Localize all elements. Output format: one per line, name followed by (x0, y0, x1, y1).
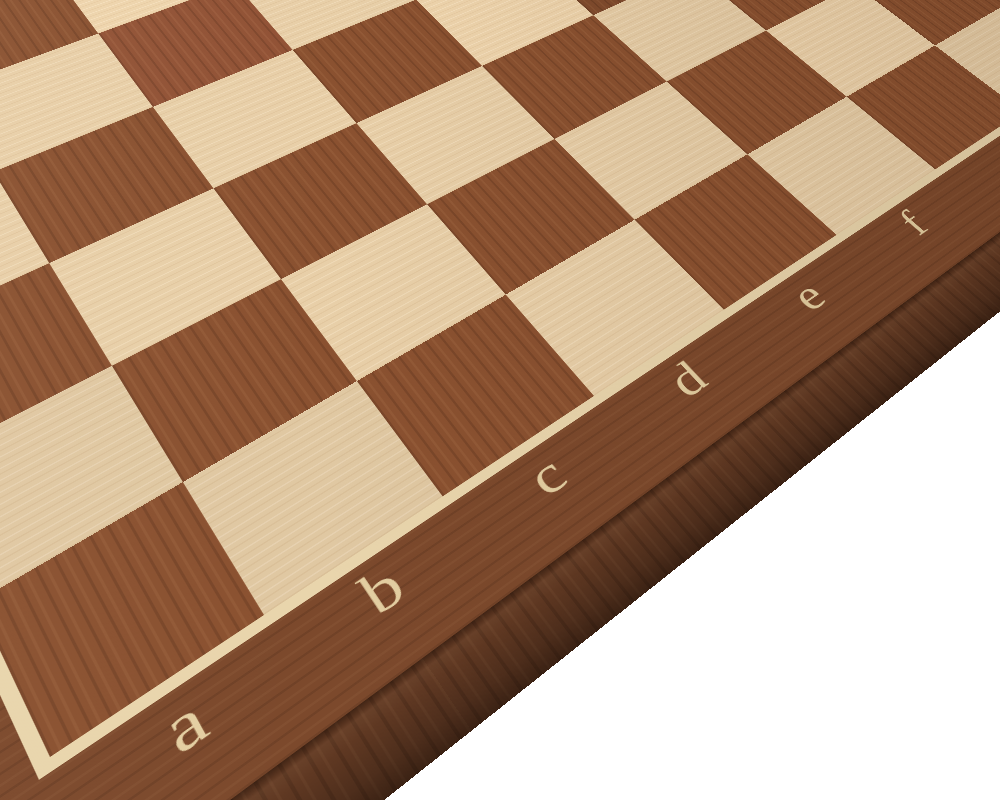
chess-board: abcdef (0, 0, 1000, 800)
board-photo: abcdef (0, 0, 1000, 800)
